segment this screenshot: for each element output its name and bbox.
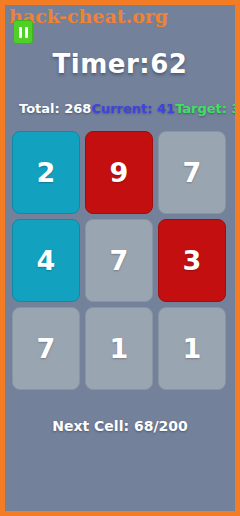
grid-tile[interactable]: 4 bbox=[12, 219, 80, 302]
tile-grid: 297473711 bbox=[12, 131, 226, 390]
grid-tile[interactable]: 9 bbox=[85, 131, 153, 214]
stat-current: Current: 41 bbox=[91, 101, 175, 116]
stat-target: Target: 39 bbox=[175, 101, 240, 116]
grid-tile[interactable]: 2 bbox=[12, 131, 80, 214]
stat-current-value: 41 bbox=[157, 101, 175, 116]
stat-target-label: Target: bbox=[175, 101, 227, 116]
stats-row: Total: 268 Current: 41 Target: 39 bbox=[5, 101, 235, 116]
next-cell-label: Next Cell: 68/200 bbox=[5, 418, 235, 434]
stat-total-label: Total: bbox=[19, 101, 60, 116]
grid-tile[interactable]: 1 bbox=[85, 307, 153, 390]
stat-target-value: 39 bbox=[232, 101, 240, 116]
grid-tile[interactable]: 3 bbox=[158, 219, 226, 302]
grid-tile[interactable]: 7 bbox=[12, 307, 80, 390]
pause-button[interactable] bbox=[13, 20, 33, 44]
stat-total-value: 268 bbox=[64, 101, 91, 116]
pause-icon bbox=[25, 27, 28, 38]
stat-total: Total: 268 bbox=[19, 101, 91, 116]
stat-current-label: Current: bbox=[91, 101, 152, 116]
game-screen: hack-cheat.org Timer:62 Total: 268 Curre… bbox=[0, 0, 240, 516]
grid-tile[interactable]: 1 bbox=[158, 307, 226, 390]
grid-tile[interactable]: 7 bbox=[85, 219, 153, 302]
pause-icon bbox=[19, 27, 22, 38]
grid-tile[interactable]: 7 bbox=[158, 131, 226, 214]
timer-label: Timer:62 bbox=[5, 49, 235, 79]
